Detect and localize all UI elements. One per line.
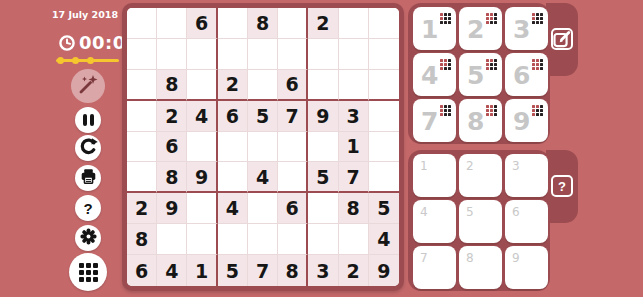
notes-pad-key-1[interactable]: 1	[413, 154, 456, 197]
sudoku-cell-r4c2[interactable]: 2	[157, 101, 187, 132]
pad-digit: 7	[421, 108, 438, 133]
sudoku-cell-r9c9[interactable]: 9	[369, 255, 399, 286]
sudoku-cell-r7c4[interactable]: 4	[218, 193, 248, 224]
pencil-edit-button[interactable]	[551, 28, 573, 50]
pad-digit: 2	[467, 16, 484, 41]
sudoku-cell-r8c8[interactable]	[339, 224, 369, 255]
sudoku-cell-r4c5[interactable]: 5	[248, 101, 278, 132]
number-pad-key-1[interactable]: 1	[413, 7, 456, 50]
sudoku-cell-r8c3[interactable]	[187, 224, 217, 255]
sudoku-cell-r7c2[interactable]: 9	[157, 193, 187, 224]
number-pad-key-4[interactable]: 4	[413, 53, 456, 96]
restart-icon	[79, 137, 98, 159]
number-pad-key-5[interactable]: 5	[459, 53, 502, 96]
notes-digit: 5	[466, 205, 474, 219]
number-pad-key-7[interactable]: 7	[413, 99, 456, 142]
sudoku-cell-r3c9[interactable]	[369, 70, 399, 101]
placed-count-dots	[486, 13, 497, 24]
sudoku-cell-r6c8[interactable]: 7	[339, 162, 369, 193]
slider-dot	[72, 57, 79, 64]
notes-pad-key-8[interactable]: 8	[459, 246, 502, 289]
sudoku-cell-r4c4[interactable]: 6	[218, 101, 248, 132]
help-icon: ?	[83, 200, 92, 217]
sudoku-board: 6828262465793618945729468584641578329	[122, 3, 404, 291]
sudoku-cell-r8c4[interactable]	[218, 224, 248, 255]
pause-icon	[83, 114, 94, 126]
sudoku-cell-r5c1[interactable]	[127, 132, 157, 163]
sudoku-cell-r5c8[interactable]: 1	[339, 132, 369, 163]
sudoku-cell-r1c9[interactable]	[369, 8, 399, 39]
number-pad-panel: 123456789	[408, 3, 586, 147]
notes-pad-key-2[interactable]: 2	[459, 154, 502, 197]
sudoku-cell-r7c5[interactable]	[248, 193, 278, 224]
hint-question-button[interactable]: ?	[551, 175, 573, 197]
notes-pad-key-7[interactable]: 7	[413, 246, 456, 289]
sudoku-cell-r3c4[interactable]: 2	[218, 70, 248, 101]
magic-wand-icon	[76, 73, 100, 100]
number-pad-key-3[interactable]: 3	[505, 7, 548, 50]
sudoku-cell-r5c2[interactable]: 6	[157, 132, 187, 163]
print-button[interactable]	[75, 165, 101, 191]
sudoku-cell-r3c2[interactable]: 8	[157, 70, 187, 101]
clock-icon	[58, 34, 76, 52]
sudoku-cell-r6c2[interactable]: 8	[157, 162, 187, 193]
sudoku-cell-r3c1[interactable]	[127, 70, 157, 101]
sudoku-cell-r1c3[interactable]: 6	[187, 8, 217, 39]
pad-digit: 9	[513, 108, 530, 133]
notes-digit: 6	[512, 205, 520, 219]
number-pad-key-9[interactable]: 9	[505, 99, 548, 142]
pad-digit: 8	[467, 108, 484, 133]
question-icon: ?	[558, 179, 566, 194]
sudoku-cell-r3c6[interactable]: 6	[278, 70, 308, 101]
sudoku-cell-r1c7[interactable]: 2	[308, 8, 338, 39]
placed-count-dots	[486, 59, 497, 70]
sudoku-cell-r4c1[interactable]	[127, 101, 157, 132]
sudoku-cell-r2c3[interactable]	[187, 39, 217, 70]
sudoku-cell-r6c6[interactable]	[278, 162, 308, 193]
sudoku-cell-r8c1[interactable]: 8	[127, 224, 157, 255]
sudoku-cell-r4c8[interactable]: 3	[339, 101, 369, 132]
sudoku-cell-r2c9[interactable]	[369, 39, 399, 70]
hint-wand-button[interactable]	[71, 69, 105, 103]
sudoku-cell-r7c9[interactable]: 5	[369, 193, 399, 224]
pad-digit: 6	[513, 62, 530, 87]
pad-digit: 4	[421, 62, 438, 87]
notes-digit: 1	[420, 159, 428, 173]
sudoku-cell-r4c9[interactable]	[369, 101, 399, 132]
sudoku-cell-r9c2[interactable]: 4	[157, 255, 187, 286]
sudoku-cell-r9c8[interactable]: 2	[339, 255, 369, 286]
sudoku-cell-r8c7[interactable]	[308, 224, 338, 255]
notes-digit: 9	[512, 251, 520, 265]
pad-digit: 5	[467, 62, 484, 87]
sudoku-cell-r8c5[interactable]	[248, 224, 278, 255]
notes-pad-key-5[interactable]: 5	[459, 200, 502, 243]
sudoku-cell-r6c4[interactable]	[218, 162, 248, 193]
notes-pad-grid: 123456789	[413, 154, 548, 289]
sudoku-cell-r1c1[interactable]	[127, 8, 157, 39]
placed-count-dots	[532, 59, 543, 70]
sudoku-cell-r1c5[interactable]: 8	[248, 8, 278, 39]
notes-digit: 4	[420, 205, 428, 219]
sudoku-cell-r4c7[interactable]: 9	[308, 101, 338, 132]
sudoku-cell-r8c6[interactable]	[278, 224, 308, 255]
sudoku-cell-r5c9[interactable]	[369, 132, 399, 163]
menu-grid-icon	[79, 263, 98, 282]
number-pad-grid: 123456789	[413, 7, 548, 142]
sudoku-cell-r6c5[interactable]: 4	[248, 162, 278, 193]
sudoku-app: 17 July 2018 00:00	[0, 0, 643, 297]
pause-button[interactable]	[75, 107, 101, 133]
pad-digit: 3	[513, 16, 530, 41]
sidebar: 17 July 2018 00:00	[0, 0, 122, 297]
slider-dot	[57, 57, 64, 64]
number-pad-key-6[interactable]: 6	[505, 53, 548, 96]
sudoku-cell-r2c7[interactable]	[308, 39, 338, 70]
sudoku-cell-r2c5[interactable]	[248, 39, 278, 70]
sudoku-cell-r2c2[interactable]	[157, 39, 187, 70]
sudoku-cell-r9c1[interactable]: 6	[127, 255, 157, 286]
sudoku-cell-r9c7[interactable]: 3	[308, 255, 338, 286]
sudoku-cell-r7c8[interactable]: 8	[339, 193, 369, 224]
settings-button[interactable]	[75, 225, 101, 251]
notes-digit: 2	[466, 159, 474, 173]
sudoku-cell-r6c1[interactable]	[127, 162, 157, 193]
progress-slider[interactable]	[56, 56, 119, 65]
sudoku-cell-r1c6[interactable]	[278, 8, 308, 39]
sudoku-cell-r2c1[interactable]	[127, 39, 157, 70]
slider-dot	[87, 57, 94, 64]
sudoku-cell-r4c3[interactable]: 4	[187, 101, 217, 132]
settings-gear-icon	[80, 228, 97, 248]
sudoku-cell-r7c1[interactable]: 2	[127, 193, 157, 224]
sudoku-cell-r6c9[interactable]	[369, 162, 399, 193]
sudoku-cell-r5c5[interactable]	[248, 132, 278, 163]
placed-count-dots	[532, 105, 543, 116]
placed-count-dots	[532, 13, 543, 24]
sudoku-cell-r7c7[interactable]	[308, 193, 338, 224]
sudoku-cell-r2c4[interactable]	[218, 39, 248, 70]
placed-count-dots	[486, 105, 497, 116]
notes-digit: 7	[420, 251, 428, 265]
placed-count-dots	[440, 13, 451, 24]
sudoku-cell-r3c5[interactable]	[248, 70, 278, 101]
number-pad-key-8[interactable]: 8	[459, 99, 502, 142]
notes-digit: 8	[466, 251, 474, 265]
sudoku-cell-r5c3[interactable]	[187, 132, 217, 163]
sudoku-cell-r5c7[interactable]	[308, 132, 338, 163]
sudoku-cell-r1c4[interactable]	[218, 8, 248, 39]
sudoku-cell-r5c6[interactable]	[278, 132, 308, 163]
sudoku-cell-r9c4[interactable]: 5	[218, 255, 248, 286]
sudoku-grid: 6828262465793618945729468584641578329	[127, 8, 399, 286]
placed-count-dots	[440, 59, 451, 70]
number-pad-key-2[interactable]: 2	[459, 7, 502, 50]
notes-pad-panel: 123456789 ?	[408, 150, 586, 294]
sudoku-cell-r8c2[interactable]	[157, 224, 187, 255]
notes-pad-key-4[interactable]: 4	[413, 200, 456, 243]
sudoku-cell-r1c8[interactable]	[339, 8, 369, 39]
sudoku-cell-r9c3[interactable]: 1	[187, 255, 217, 286]
sudoku-cell-r9c5[interactable]: 7	[248, 255, 278, 286]
restart-button[interactable]	[75, 135, 101, 161]
notes-pad-key-9[interactable]: 9	[505, 246, 548, 289]
pad-digit: 1	[421, 16, 438, 41]
sudoku-cell-r3c3[interactable]	[187, 70, 217, 101]
pencil-edit-icon	[552, 29, 572, 49]
sudoku-cell-r1c2[interactable]	[157, 8, 187, 39]
sudoku-cell-r7c6[interactable]: 6	[278, 193, 308, 224]
help-button[interactable]: ?	[75, 195, 101, 221]
date-label: 17 July 2018	[0, 9, 118, 20]
sudoku-cell-r6c7[interactable]: 5	[308, 162, 338, 193]
sudoku-cell-r2c6[interactable]	[278, 39, 308, 70]
sudoku-cell-r8c9[interactable]: 4	[369, 224, 399, 255]
notes-digit: 3	[512, 159, 520, 173]
sudoku-cell-r3c7[interactable]	[308, 70, 338, 101]
placed-count-dots	[440, 105, 451, 116]
printer-icon	[80, 168, 97, 188]
notes-pad-key-3[interactable]: 3	[505, 154, 548, 197]
sudoku-cell-r2c8[interactable]	[339, 39, 369, 70]
notes-pad-key-6[interactable]: 6	[505, 200, 548, 243]
sudoku-cell-r4c6[interactable]: 7	[278, 101, 308, 132]
menu-button[interactable]	[69, 253, 107, 291]
sudoku-cell-r3c8[interactable]	[339, 70, 369, 101]
sudoku-cell-r6c3[interactable]: 9	[187, 162, 217, 193]
sudoku-cell-r7c3[interactable]	[187, 193, 217, 224]
sudoku-cell-r5c4[interactable]	[218, 132, 248, 163]
sudoku-cell-r9c6[interactable]: 8	[278, 255, 308, 286]
